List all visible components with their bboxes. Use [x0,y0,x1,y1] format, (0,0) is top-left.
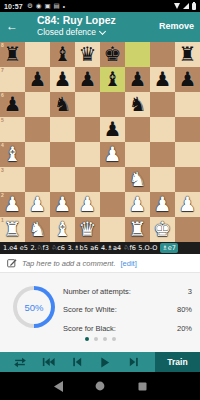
square-h5[interactable] [175,117,200,142]
black-king[interactable]: ♚ [100,42,125,67]
stat-label: Score for White: [63,305,117,314]
square-g4[interactable] [150,142,175,167]
square-a5[interactable]: 5 [0,117,25,142]
title-block[interactable]: C84: Ruy Lopez Closed defence [37,14,116,38]
square-a8[interactable]: 8♜ [0,42,25,67]
progress-ring: 50% [13,286,55,328]
square-b1[interactable]: ♞ [25,217,50,242]
page-indicator[interactable] [0,337,200,341]
black-pawn[interactable]: ♟ [150,67,175,92]
white-knight[interactable]: ♞ [125,167,150,192]
square-c5[interactable] [50,117,75,142]
dot-icon: • [63,3,65,10]
move[interactable]: e5 [20,244,28,252]
square-e8[interactable]: ♚ [100,42,125,67]
recents-icon[interactable] [134,378,150,394]
remove-button[interactable]: Remove [159,21,194,31]
square-g5[interactable] [150,117,175,142]
signal-icon [183,3,189,9]
black-rook[interactable]: ♜ [175,42,200,67]
phone-screen: 10:57 ⚙◉▣▤• ← C84: Ruy Lopez Closed defe… [0,0,200,400]
comment-placeholder: Tap here to add a comment. [22,259,116,268]
white-knight[interactable]: ♞ [25,217,50,242]
square-c3[interactable] [50,167,75,192]
repeat-icon[interactable] [11,354,29,370]
stat-value: 80% [177,305,192,314]
stats-panel: 50% Number of attempts:3Score for White:… [0,273,200,352]
battery-icon [192,3,196,10]
move[interactable]: 4.♗a4 [101,244,121,252]
square-h4[interactable] [175,142,200,167]
step-forward-icon[interactable] [125,354,143,370]
square-a7[interactable]: 7 [0,67,25,92]
square-f7[interactable]: ♟ [125,67,150,92]
square-b6[interactable] [25,92,50,117]
back-icon[interactable] [50,378,66,394]
stat-row: Number of attempts:3 [63,282,192,301]
edit-comment-link[interactable]: [edit] [121,259,137,268]
clock: 10:57 [4,3,23,10]
square-b5[interactable] [25,117,50,142]
square-h3[interactable] [175,167,200,192]
square-c7[interactable]: ♟ [50,67,75,92]
current-move[interactable]: ♗e7 [160,243,178,253]
comment-row[interactable]: Tap here to add a comment. [edit] [0,254,200,273]
square-e7[interactable]: ♝ [100,67,125,92]
white-pawn[interactable]: ♟ [100,142,125,167]
square-g1[interactable]: ♚ [150,217,175,242]
stats-rows: Number of attempts:3Score for White:80%S… [63,282,192,338]
skip-to-start-icon[interactable] [39,354,57,370]
black-pawn[interactable]: ♟ [25,67,50,92]
white-pawn[interactable]: ♟ [25,192,50,217]
square-f8[interactable] [125,42,150,67]
black-pawn[interactable]: ♟ [75,67,100,92]
square-f2[interactable]: ♟ [125,192,150,217]
system-icons [174,3,196,10]
stat-value: 20% [177,324,192,333]
playback-bar: Train [0,352,200,372]
square-e4[interactable]: ♟ [100,142,125,167]
page-title: C84: Ruy Lopez [37,14,116,27]
pager-dot[interactable] [85,337,89,341]
train-button[interactable]: Train [155,352,200,372]
square-c4[interactable] [50,142,75,167]
white-pawn[interactable]: ♟ [175,192,200,217]
square-app-icon: ▣ [44,2,50,10]
square-h2[interactable]: ♟ [175,192,200,217]
pager-dot[interactable] [94,337,98,341]
black-bishop[interactable]: ♝ [50,42,75,67]
square-e1[interactable] [100,217,125,242]
white-pawn[interactable]: ♟ [0,192,25,217]
square-b3[interactable] [25,167,50,192]
square-e2[interactable] [100,192,125,217]
play-icon[interactable] [96,354,114,370]
white-bishop[interactable]: ♝ [50,217,75,242]
square-c6[interactable]: ♞ [50,92,75,117]
square-g2[interactable]: ♟ [150,192,175,217]
square-d1[interactable]: ♛ [75,217,100,242]
white-queen[interactable]: ♛ [75,217,100,242]
rank-label: 5 [1,117,4,123]
square-d8[interactable]: ♛ [75,42,100,67]
black-pawn[interactable]: ♟ [50,67,75,92]
square-d5[interactable] [75,117,100,142]
square-g8[interactable] [150,42,175,67]
gear-icon: ⚙ [27,2,33,10]
rank-label: 3 [1,167,4,173]
home-icon[interactable] [92,378,108,394]
square-d7[interactable]: ♟ [75,67,100,92]
notification-icons: ⚙◉▣▤• [27,2,65,10]
app-bar: ← C84: Ruy Lopez Closed defence Remove [0,12,200,42]
square-e6[interactable] [100,92,125,117]
white-pawn[interactable]: ♟ [125,192,150,217]
storage-icon: ▤ [54,2,60,10]
progress-value: 50% [17,290,51,324]
square-d3[interactable] [75,167,100,192]
black-knight[interactable]: ♞ [125,92,150,117]
square-g3[interactable] [150,167,175,192]
white-bishop[interactable]: ♝ [0,142,25,167]
chevron-down-icon [99,28,106,35]
square-b7[interactable]: ♟ [25,67,50,92]
black-rook[interactable]: ♜ [0,42,25,67]
square-f1[interactable]: ♜ [125,217,150,242]
move[interactable]: 5.O-O [138,244,157,252]
page-subtitle[interactable]: Closed defence [37,27,116,38]
square-d4[interactable] [75,142,100,167]
white-pawn[interactable]: ♟ [75,192,100,217]
square-b2[interactable]: ♟ [25,192,50,217]
square-h8[interactable]: ♜ [175,42,200,67]
step-back-icon[interactable] [68,354,86,370]
square-a3[interactable]: 3 [0,167,25,192]
mute-icon [174,3,180,9]
square-g6[interactable] [150,92,175,117]
black-pawn[interactable]: ♟ [100,117,125,142]
square-b8[interactable] [25,42,50,67]
black-bishop[interactable]: ♝ [100,67,125,92]
square-c8[interactable]: ♝ [50,42,75,67]
square-e3[interactable] [100,167,125,192]
square-a6[interactable]: 6♟ [0,92,25,117]
black-pawn[interactable]: ♟ [0,92,25,117]
move[interactable]: ♘c6 [51,244,65,252]
black-queen[interactable]: ♛ [75,42,100,67]
square-a1[interactable]: 1♜ [0,217,25,242]
edit-comment-icon [7,258,17,268]
move-list[interactable]: 1.e4e52.♘f3♘c63.♗b5a64.♗a4♘f65.O-O♗e7 [0,242,200,254]
move[interactable]: ♘f6 [124,244,136,252]
pager-dot[interactable] [103,337,107,341]
square-d6[interactable] [75,92,100,117]
square-h6[interactable] [175,92,200,117]
square-h1[interactable] [175,217,200,242]
square-f6[interactable]: ♞ [125,92,150,117]
move[interactable]: a6 [90,244,98,252]
circle-app-icon: ◉ [36,2,42,10]
android-nav-bar [0,372,200,400]
white-pawn[interactable]: ♟ [50,192,75,217]
black-knight[interactable]: ♞ [50,92,75,117]
move[interactable]: 1.e4 [3,244,17,252]
square-b4[interactable] [25,142,50,167]
square-a2[interactable]: 2♟ [0,192,25,217]
black-pawn[interactable]: ♟ [125,67,150,92]
move[interactable]: 2.♘f3 [30,244,48,252]
white-pawn[interactable]: ♟ [150,192,175,217]
move[interactable]: 3.♗b5 [67,244,87,252]
back-arrow-icon[interactable]: ← [6,19,18,33]
square-c1[interactable]: ♝ [50,217,75,242]
white-king[interactable]: ♚ [150,217,175,242]
chess-board[interactable]: 8♜♝♛♚♜7♟♟♟♝♟♟♟6♟♞♞5♟4♝♟3♞2♟♟♟♟♟♟♟1♜♞♝♛♜♚ [0,42,200,242]
rank-label: 7 [1,67,4,73]
square-d2[interactable]: ♟ [75,192,100,217]
square-g7[interactable]: ♟ [150,67,175,92]
stat-value: 3 [188,287,192,296]
square-f5[interactable] [125,117,150,142]
square-h7[interactable]: ♟ [175,67,200,92]
square-f4[interactable] [125,142,150,167]
status-bar: 10:57 ⚙◉▣▤• [0,0,200,12]
stat-row: Score for White:80% [63,301,192,320]
square-a4[interactable]: 4♝ [0,142,25,167]
square-e5[interactable]: ♟ [100,117,125,142]
stat-label: Score for Black: [63,324,116,333]
black-pawn[interactable]: ♟ [175,67,200,92]
stat-label: Number of attempts: [63,287,131,296]
white-rook[interactable]: ♜ [0,217,25,242]
white-rook[interactable]: ♜ [125,217,150,242]
square-c2[interactable]: ♟ [50,192,75,217]
pager-dot[interactable] [112,337,116,341]
stat-row: Score for Black:20% [63,319,192,338]
square-f3[interactable]: ♞ [125,167,150,192]
